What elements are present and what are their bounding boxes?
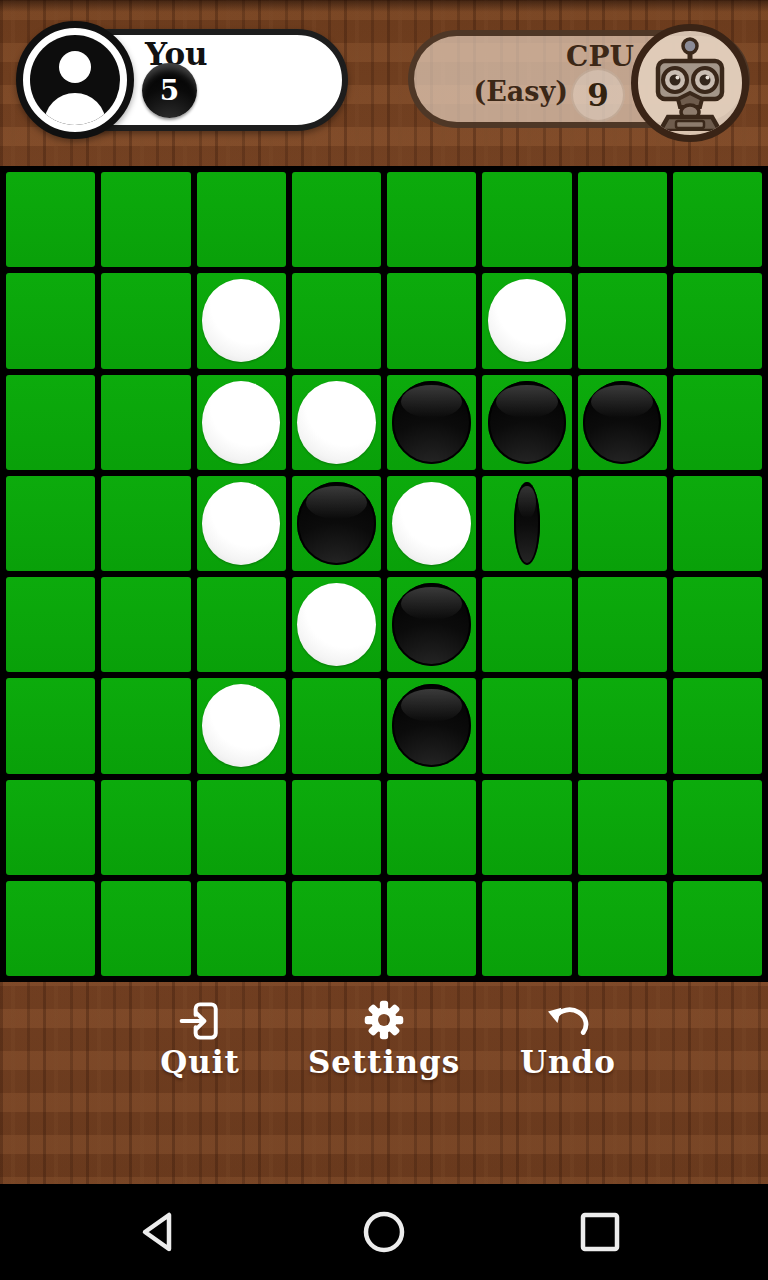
cell-f5[interactable] bbox=[482, 577, 571, 672]
cell-b6[interactable] bbox=[101, 678, 190, 773]
black-disc bbox=[488, 381, 567, 464]
android-nav-bar bbox=[0, 1184, 768, 1280]
cell-e7[interactable] bbox=[387, 780, 476, 875]
nav-back-icon[interactable] bbox=[136, 1208, 184, 1256]
cell-b2[interactable] bbox=[101, 273, 190, 368]
cell-b7[interactable] bbox=[101, 780, 190, 875]
cell-e2[interactable] bbox=[387, 273, 476, 368]
cell-c6[interactable] bbox=[197, 678, 286, 773]
cell-h8[interactable] bbox=[673, 881, 762, 976]
undo-button[interactable]: Undo bbox=[483, 998, 653, 1088]
player-you-score-disc: 5 bbox=[142, 63, 197, 118]
cell-c5[interactable] bbox=[197, 577, 286, 672]
cell-g3[interactable] bbox=[578, 375, 667, 470]
cell-g5[interactable] bbox=[578, 577, 667, 672]
cell-c3[interactable] bbox=[197, 375, 286, 470]
cell-d3[interactable] bbox=[292, 375, 381, 470]
cell-d8[interactable] bbox=[292, 881, 381, 976]
cell-b4[interactable] bbox=[101, 476, 190, 571]
gear-icon bbox=[299, 998, 469, 1042]
cell-f6[interactable] bbox=[482, 678, 571, 773]
settings-button[interactable]: Settings bbox=[299, 998, 469, 1088]
cell-d1[interactable] bbox=[292, 172, 381, 267]
cell-g1[interactable] bbox=[578, 172, 667, 267]
cell-a8[interactable] bbox=[6, 881, 95, 976]
cell-e3[interactable] bbox=[387, 375, 476, 470]
cell-b1[interactable] bbox=[101, 172, 190, 267]
cell-c1[interactable] bbox=[197, 172, 286, 267]
cell-a1[interactable] bbox=[6, 172, 95, 267]
white-disc bbox=[202, 482, 281, 565]
white-disc bbox=[202, 684, 281, 767]
quit-button[interactable]: Quit bbox=[115, 998, 285, 1088]
player-cpu-difficulty: (Easy) bbox=[420, 76, 568, 107]
black-disc bbox=[392, 381, 471, 464]
cell-e4[interactable] bbox=[387, 476, 476, 571]
white-disc bbox=[392, 482, 471, 565]
player-you-score: 5 bbox=[160, 74, 179, 107]
game-screen: You 5 CPU (Easy) 9 bbox=[0, 0, 768, 1280]
cell-c4[interactable] bbox=[197, 476, 286, 571]
cell-d6[interactable] bbox=[292, 678, 381, 773]
cell-a6[interactable] bbox=[6, 678, 95, 773]
black-disc bbox=[392, 583, 471, 666]
cell-c7[interactable] bbox=[197, 780, 286, 875]
cell-d7[interactable] bbox=[292, 780, 381, 875]
black-disc bbox=[392, 684, 471, 767]
cell-d4[interactable] bbox=[292, 476, 381, 571]
cell-f2[interactable] bbox=[482, 273, 571, 368]
undo-arrow-icon bbox=[483, 998, 653, 1042]
top-shadow bbox=[0, 0, 768, 12]
cell-d2[interactable] bbox=[292, 273, 381, 368]
cell-g7[interactable] bbox=[578, 780, 667, 875]
black-disc bbox=[297, 482, 376, 565]
white-disc bbox=[202, 279, 281, 362]
cell-h2[interactable] bbox=[673, 273, 762, 368]
cell-e6[interactable] bbox=[387, 678, 476, 773]
player-cpu-score: 9 bbox=[571, 68, 625, 122]
flipping-disc bbox=[514, 482, 540, 565]
cell-g4[interactable] bbox=[578, 476, 667, 571]
person-icon bbox=[30, 35, 120, 125]
cell-b3[interactable] bbox=[101, 375, 190, 470]
cell-h1[interactable] bbox=[673, 172, 762, 267]
cell-h5[interactable] bbox=[673, 577, 762, 672]
cell-a3[interactable] bbox=[6, 375, 95, 470]
cell-h6[interactable] bbox=[673, 678, 762, 773]
cell-h7[interactable] bbox=[673, 780, 762, 875]
cell-a5[interactable] bbox=[6, 577, 95, 672]
cell-g2[interactable] bbox=[578, 273, 667, 368]
exit-arrow-icon bbox=[115, 998, 285, 1042]
cell-c8[interactable] bbox=[197, 881, 286, 976]
white-disc bbox=[488, 279, 567, 362]
cell-f1[interactable] bbox=[482, 172, 571, 267]
player-you-avatar bbox=[16, 21, 134, 139]
cell-h4[interactable] bbox=[673, 476, 762, 571]
white-disc bbox=[297, 583, 376, 666]
cell-e8[interactable] bbox=[387, 881, 476, 976]
cell-g8[interactable] bbox=[578, 881, 667, 976]
cell-a4[interactable] bbox=[6, 476, 95, 571]
white-disc bbox=[297, 381, 376, 464]
cell-f7[interactable] bbox=[482, 780, 571, 875]
player-cpu-avatar bbox=[631, 24, 749, 142]
cell-f3[interactable] bbox=[482, 375, 571, 470]
black-disc bbox=[583, 381, 662, 464]
reversi-board bbox=[0, 166, 768, 982]
cell-e5[interactable] bbox=[387, 577, 476, 672]
cell-f4[interactable] bbox=[482, 476, 571, 571]
cell-a7[interactable] bbox=[6, 780, 95, 875]
white-disc bbox=[202, 381, 281, 464]
quit-label: Quit bbox=[115, 1044, 285, 1080]
cell-d5[interactable] bbox=[292, 577, 381, 672]
cell-a2[interactable] bbox=[6, 273, 95, 368]
settings-label: Settings bbox=[299, 1044, 469, 1080]
cell-b5[interactable] bbox=[101, 577, 190, 672]
nav-recents-icon[interactable] bbox=[576, 1208, 624, 1256]
robot-icon bbox=[644, 35, 736, 131]
cell-e1[interactable] bbox=[387, 172, 476, 267]
undo-label: Undo bbox=[483, 1044, 653, 1080]
cell-c2[interactable] bbox=[197, 273, 286, 368]
nav-home-icon[interactable] bbox=[360, 1208, 408, 1256]
cell-g6[interactable] bbox=[578, 678, 667, 773]
cell-f8[interactable] bbox=[482, 881, 571, 976]
cell-b8[interactable] bbox=[101, 881, 190, 976]
cell-h3[interactable] bbox=[673, 375, 762, 470]
